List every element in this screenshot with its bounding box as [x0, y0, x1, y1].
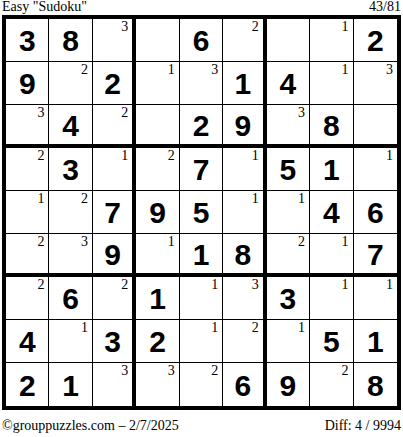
corner-mark: 1 [342, 278, 349, 292]
cell-r3c5[interactable]: 2 [180, 105, 223, 148]
cell-r1c5[interactable]: 6 [180, 19, 223, 62]
cell-r9c6[interactable]: 6 [223, 363, 266, 406]
copyright: ©grouppuzzles.com – 2/7/2025 [2, 418, 179, 434]
corner-mark: 3 [37, 106, 44, 120]
cell-r4c6[interactable]: 1 [223, 148, 266, 191]
cell-value: 3 [104, 327, 121, 357]
cell-r5c8[interactable]: 4 [310, 191, 353, 234]
cell-value: 8 [367, 371, 384, 401]
corner-mark: 2 [81, 63, 88, 77]
cell-r5c5[interactable]: 5 [180, 191, 223, 234]
cell-value: 4 [323, 198, 340, 228]
corner-mark: 2 [81, 192, 88, 206]
cell-r2c4[interactable]: 1 [136, 62, 179, 105]
cell-r2c9[interactable]: 3 [354, 62, 397, 105]
corner-mark: 1 [298, 192, 305, 206]
cell-r2c6[interactable]: 1 [223, 62, 266, 105]
cell-r2c2[interactable]: 2 [49, 62, 92, 105]
corner-mark: 1 [342, 20, 349, 34]
cell-r1c8[interactable]: 1 [310, 19, 353, 62]
cell-value: 2 [367, 26, 384, 56]
cell-value: 7 [367, 240, 384, 270]
cell-r8c6[interactable]: 2 [223, 320, 266, 363]
corner-mark: 1 [342, 63, 349, 77]
corner-mark: 2 [121, 278, 128, 292]
corner-mark: 1 [211, 321, 218, 335]
cell-r4c8[interactable]: 1 [310, 148, 353, 191]
corner-mark: 2 [168, 149, 175, 163]
corner-mark: 2 [37, 149, 44, 163]
cell-r4c1[interactable]: 2 [6, 148, 49, 191]
cell-r2c8[interactable]: 1 [310, 62, 353, 105]
cell-r9c4[interactable]: 3 [136, 363, 179, 406]
cell-r1c9[interactable]: 2 [354, 19, 397, 62]
cell-value: 4 [62, 111, 79, 141]
cell-value: 9 [280, 371, 297, 401]
corner-mark: 1 [298, 321, 305, 335]
cell-r6c7[interactable]: 2 [267, 234, 310, 277]
corner-mark: 3 [252, 278, 259, 292]
cell-r3c8[interactable]: 8 [310, 105, 353, 148]
difficulty: Diff: 4 / 9994 [325, 418, 401, 434]
corner-mark: 1 [37, 192, 44, 206]
cell-value: 4 [280, 69, 297, 99]
corner-mark: 3 [298, 106, 305, 120]
cell-r2c3[interactable]: 2 [93, 62, 136, 105]
cell-value: 1 [367, 327, 384, 357]
cell-r7c2[interactable]: 6 [49, 277, 92, 320]
corner-mark: 1 [386, 278, 393, 292]
corner-mark: 2 [298, 235, 305, 249]
cell-r5c3[interactable]: 7 [93, 191, 136, 234]
cell-value: 2 [104, 69, 121, 99]
header: Easy "Sudoku" 43/81 [0, 0, 403, 14]
cell-value: 5 [323, 327, 340, 357]
cell-r7c8[interactable]: 1 [310, 277, 353, 320]
cell-r7c5[interactable]: 1 [180, 277, 223, 320]
corner-mark: 3 [121, 20, 128, 34]
cell-value: 6 [367, 198, 384, 228]
cell-value: 6 [193, 26, 210, 56]
cell-r4c5[interactable]: 7 [180, 148, 223, 191]
sudoku-grid: 3836212922131413342293823127151112795114… [2, 15, 401, 410]
corner-mark: 3 [168, 364, 175, 378]
cell-r1c1[interactable]: 3 [6, 19, 49, 62]
cell-value: 8 [323, 111, 340, 141]
cell-r6c6[interactable]: 8 [223, 234, 266, 277]
cell-value: 7 [104, 198, 121, 228]
cell-r5c1[interactable]: 1 [6, 191, 49, 234]
cell-value: 6 [235, 371, 252, 401]
corner-mark: 2 [211, 364, 218, 378]
cell-r3c1[interactable]: 3 [6, 105, 49, 148]
cell-r7c9[interactable]: 1 [354, 277, 397, 320]
corner-mark: 2 [37, 235, 44, 249]
cell-r5c4[interactable]: 9 [136, 191, 179, 234]
cell-r7c7[interactable]: 3 [267, 277, 310, 320]
cell-r1c4[interactable] [136, 19, 179, 62]
cell-r8c1[interactable]: 4 [6, 320, 49, 363]
cell-r3c3[interactable]: 2 [93, 105, 136, 148]
corner-mark: 1 [81, 321, 88, 335]
cell-r6c5[interactable]: 1 [180, 234, 223, 277]
cell-value: 1 [62, 371, 79, 401]
cell-r6c3[interactable]: 9 [93, 234, 136, 277]
cell-r9c8[interactable]: 2 [310, 363, 353, 406]
cell-r4c9[interactable]: 1 [354, 148, 397, 191]
cell-r2c7[interactable]: 4 [267, 62, 310, 105]
puzzle-title: Easy "Sudoku" [2, 0, 87, 14]
cell-r7c6[interactable]: 3 [223, 277, 266, 320]
cell-r8c2[interactable]: 1 [49, 320, 92, 363]
cell-r5c6[interactable]: 1 [223, 191, 266, 234]
corner-mark: 3 [386, 63, 393, 77]
corner-mark: 1 [211, 278, 218, 292]
cell-r8c7[interactable]: 1 [267, 320, 310, 363]
cell-r6c1[interactable]: 2 [6, 234, 49, 277]
cell-value: 4 [19, 327, 36, 357]
corner-mark: 1 [386, 149, 393, 163]
cell-value: 2 [149, 327, 166, 357]
cell-value: 5 [280, 155, 297, 185]
corner-mark: 3 [81, 235, 88, 249]
cell-r2c1[interactable]: 9 [6, 62, 49, 105]
corner-mark: 1 [252, 192, 259, 206]
cell-r8c5[interactable]: 1 [180, 320, 223, 363]
cell-r9c9[interactable]: 8 [354, 363, 397, 406]
corner-mark: 3 [121, 364, 128, 378]
cell-value: 9 [104, 240, 121, 270]
progress-counter: 43/81 [369, 0, 401, 14]
cell-r4c4[interactable]: 2 [136, 148, 179, 191]
cell-value: 9 [235, 111, 252, 141]
corner-mark: 2 [252, 20, 259, 34]
cell-value: 1 [193, 240, 210, 270]
cell-r9c3[interactable]: 3 [93, 363, 136, 406]
cell-r3c9[interactable] [354, 105, 397, 148]
cell-r9c1[interactable]: 2 [6, 363, 49, 406]
cell-r8c9[interactable]: 1 [354, 320, 397, 363]
corner-mark: 3 [211, 63, 218, 77]
cell-r7c4[interactable]: 1 [136, 277, 179, 320]
cell-value: 8 [62, 26, 79, 56]
cell-value: 1 [323, 155, 340, 185]
cell-value: 7 [193, 155, 210, 185]
corner-mark: 2 [342, 364, 349, 378]
cell-r3c4[interactable] [136, 105, 179, 148]
corner-mark: 1 [121, 149, 128, 163]
cell-value: 1 [235, 69, 252, 99]
cell-r6c9[interactable]: 7 [354, 234, 397, 277]
cell-r1c6[interactable]: 2 [223, 19, 266, 62]
cell-r1c2[interactable]: 8 [49, 19, 92, 62]
cell-r5c7[interactable]: 1 [267, 191, 310, 234]
cell-r1c7[interactable] [267, 19, 310, 62]
corner-mark: 2 [252, 321, 259, 335]
cell-r4c2[interactable]: 3 [49, 148, 92, 191]
cell-r6c2[interactable]: 3 [49, 234, 92, 277]
footer: ©grouppuzzles.com – 2/7/2025 Diff: 4 / 9… [0, 418, 403, 434]
cell-value: 9 [19, 69, 36, 99]
corner-mark: 1 [342, 235, 349, 249]
cell-value: 2 [193, 111, 210, 141]
cell-r3c2[interactable]: 4 [49, 105, 92, 148]
cell-r4c3[interactable]: 1 [93, 148, 136, 191]
cell-r2c5[interactable]: 3 [180, 62, 223, 105]
cell-r3c6[interactable]: 9 [223, 105, 266, 148]
cell-value: 5 [193, 198, 210, 228]
cell-r1c3[interactable]: 3 [93, 19, 136, 62]
corner-mark: 1 [168, 63, 175, 77]
cell-r9c7[interactable]: 9 [267, 363, 310, 406]
cell-value: 3 [280, 284, 297, 314]
corner-mark: 1 [252, 149, 259, 163]
cell-value: 9 [149, 198, 166, 228]
cell-r5c2[interactable]: 2 [49, 191, 92, 234]
cell-r6c4[interactable]: 1 [136, 234, 179, 277]
cell-r9c2[interactable]: 1 [49, 363, 92, 406]
corner-mark: 2 [37, 278, 44, 292]
cell-value: 6 [62, 284, 79, 314]
cell-r6c8[interactable]: 1 [310, 234, 353, 277]
cell-r8c8[interactable]: 5 [310, 320, 353, 363]
cell-r5c9[interactable]: 6 [354, 191, 397, 234]
cell-value: 8 [235, 240, 252, 270]
cell-r3c7[interactable]: 3 [267, 105, 310, 148]
cell-r7c1[interactable]: 2 [6, 277, 49, 320]
cell-r8c4[interactable]: 2 [136, 320, 179, 363]
cell-r9c5[interactable]: 2 [180, 363, 223, 406]
cell-r8c3[interactable]: 3 [93, 320, 136, 363]
corner-mark: 1 [168, 235, 175, 249]
cell-value: 3 [19, 26, 36, 56]
corner-mark: 2 [121, 106, 128, 120]
cell-value: 1 [149, 284, 166, 314]
cell-value: 3 [62, 155, 79, 185]
cell-r4c7[interactable]: 5 [267, 148, 310, 191]
cell-r7c3[interactable]: 2 [93, 277, 136, 320]
cell-value: 2 [19, 371, 36, 401]
